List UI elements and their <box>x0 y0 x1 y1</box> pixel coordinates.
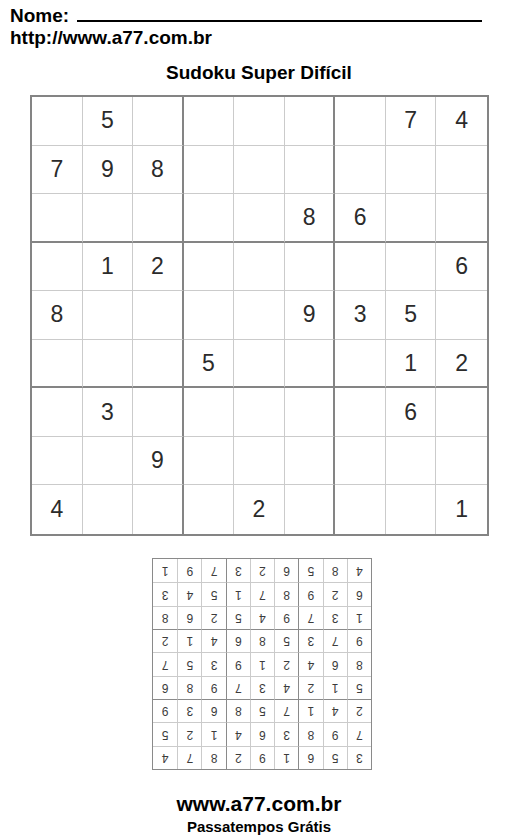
puzzle-cell-r9c6 <box>285 485 336 534</box>
name-label: Nome: <box>10 5 69 27</box>
puzzle-cell-r1c9: 4 <box>436 97 487 146</box>
solution-cell-r7c5: 4 <box>250 606 274 629</box>
solution-cell-r1c8: 7 <box>177 746 201 769</box>
solution-cell-r3c1: 2 <box>347 699 371 722</box>
solution-cell-r6c9: 2 <box>153 629 177 652</box>
solution-cell-r5c8: 5 <box>177 652 201 675</box>
solution-cell-r6c1: 9 <box>347 629 371 652</box>
solution-cell-r8c9: 3 <box>153 582 177 605</box>
solution-cell-r3c7: 6 <box>201 699 225 722</box>
solution-cell-r9c9: 1 <box>153 559 177 582</box>
solution-cell-r7c9: 8 <box>153 606 177 629</box>
solution-cell-r7c8: 6 <box>177 606 201 629</box>
puzzle-cell-r8c8 <box>386 437 437 486</box>
puzzle-cell-r9c3 <box>133 485 184 534</box>
name-signature-line <box>77 7 482 22</box>
solution-cell-r2c1: 7 <box>347 722 371 745</box>
puzzle-cell-r4c5 <box>234 243 285 292</box>
puzzle-cell-r7c1 <box>32 388 83 437</box>
solution-cell-r4c3: 2 <box>298 676 322 699</box>
solution-cell-r8c3: 9 <box>298 582 322 605</box>
solution-cell-r2c3: 8 <box>298 722 322 745</box>
solution-cell-r8c2: 2 <box>323 582 347 605</box>
puzzle-cell-r1c4 <box>184 97 235 146</box>
solution-cell-r5c6: 9 <box>226 652 250 675</box>
puzzle-cell-r7c5 <box>234 388 285 437</box>
puzzle-cell-r1c6 <box>285 97 336 146</box>
puzzle-cell-r9c9: 1 <box>436 485 487 534</box>
solution-cell-r6c7: 4 <box>201 629 225 652</box>
puzzle-cell-r8c2 <box>83 437 134 486</box>
solution-cell-r7c6: 5 <box>226 606 250 629</box>
puzzle-cell-r5c4 <box>184 291 235 340</box>
solution-cell-r9c3: 5 <box>298 559 322 582</box>
puzzle-cell-r8c6 <box>285 437 336 486</box>
puzzle-cell-r8c4 <box>184 437 235 486</box>
puzzle-cell-r3c8 <box>386 194 437 243</box>
puzzle-cell-r6c1 <box>32 340 83 389</box>
puzzle-cell-r9c1: 4 <box>32 485 83 534</box>
solution-cell-r1c6: 2 <box>226 746 250 769</box>
puzzle-cell-r7c7 <box>335 388 386 437</box>
solution-cell-r2c9: 5 <box>153 722 177 745</box>
puzzle-cell-r6c4: 5 <box>184 340 235 389</box>
solution-cell-r5c7: 3 <box>201 652 225 675</box>
footer-site-text: www.a77.com.br <box>0 792 518 816</box>
puzzle-cell-r3c4 <box>184 194 235 243</box>
puzzle-cell-r8c9 <box>436 437 487 486</box>
solution-cell-r2c6: 4 <box>226 722 250 745</box>
puzzle-cell-r1c5 <box>234 97 285 146</box>
puzzle-cell-r4c4 <box>184 243 235 292</box>
puzzle-cell-r4c9: 6 <box>436 243 487 292</box>
solution-cell-r8c7: 5 <box>201 582 225 605</box>
puzzle-cell-r3c1 <box>32 194 83 243</box>
puzzle-cell-r9c2 <box>83 485 134 534</box>
puzzle-cell-r7c3 <box>133 388 184 437</box>
puzzle-cell-r4c7 <box>335 243 386 292</box>
puzzle-cell-r8c3: 9 <box>133 437 184 486</box>
puzzle-cell-r2c4 <box>184 146 235 195</box>
solution-cell-r2c2: 9 <box>323 722 347 745</box>
solution-cell-r9c1: 4 <box>347 559 371 582</box>
puzzle-cell-r8c7 <box>335 437 386 486</box>
solution-cell-r4c6: 7 <box>226 676 250 699</box>
solution-cell-r7c1: 1 <box>347 606 371 629</box>
puzzle-cell-r5c8: 5 <box>386 291 437 340</box>
puzzle-cell-r5c9 <box>436 291 487 340</box>
puzzle-cell-r4c3: 2 <box>133 243 184 292</box>
footer-tagline: Passatempos Grátis <box>0 818 518 835</box>
puzzle-cell-r2c5 <box>234 146 285 195</box>
puzzle-cell-r4c6 <box>285 243 336 292</box>
solution-cell-r9c5: 2 <box>250 559 274 582</box>
puzzle-cell-r6c5 <box>234 340 285 389</box>
puzzle-cell-r1c3 <box>133 97 184 146</box>
solution-cell-r8c8: 4 <box>177 582 201 605</box>
puzzle-cell-r2c2: 9 <box>83 146 134 195</box>
puzzle-cell-r3c3 <box>133 194 184 243</box>
puzzle-cell-r6c9: 2 <box>436 340 487 389</box>
puzzle-cell-r5c7: 3 <box>335 291 386 340</box>
puzzle-cell-r9c8 <box>386 485 437 534</box>
solution-cell-r1c3: 6 <box>298 746 322 769</box>
solution-cell-r3c4: 7 <box>274 699 298 722</box>
solution-cell-r6c6: 6 <box>226 629 250 652</box>
puzzle-cell-r4c2: 1 <box>83 243 134 292</box>
puzzle-cell-r5c1: 8 <box>32 291 83 340</box>
puzzle-cell-r2c8 <box>386 146 437 195</box>
solution-cell-r4c8: 8 <box>177 676 201 699</box>
solution-cell-r5c1: 8 <box>347 652 371 675</box>
puzzle-cell-r2c9 <box>436 146 487 195</box>
solution-cell-r4c7: 9 <box>201 676 225 699</box>
solution-cell-r3c2: 4 <box>323 699 347 722</box>
solution-cell-r9c2: 8 <box>323 559 347 582</box>
solution-cell-r1c7: 8 <box>201 746 225 769</box>
solution-cell-r9c8: 9 <box>177 559 201 582</box>
solution-cell-r9c6: 3 <box>226 559 250 582</box>
solution-cell-r2c8: 2 <box>177 722 201 745</box>
solution-cell-r9c7: 7 <box>201 559 225 582</box>
puzzle-cell-r9c5: 2 <box>234 485 285 534</box>
solution-cell-r5c3: 4 <box>298 652 322 675</box>
solution-cell-r2c7: 1 <box>201 722 225 745</box>
solution-grid: 3561928747983641252417586395124379868642… <box>152 558 372 770</box>
solution-cell-r7c7: 2 <box>201 606 225 629</box>
puzzle-cell-r7c9 <box>436 388 487 437</box>
solution-cell-r1c2: 5 <box>323 746 347 769</box>
solution-cell-r4c4: 4 <box>274 676 298 699</box>
puzzle-cell-r9c7 <box>335 485 386 534</box>
puzzle-cell-r4c1 <box>32 243 83 292</box>
puzzle-cell-r3c6: 8 <box>285 194 336 243</box>
solution-cell-r3c5: 5 <box>250 699 274 722</box>
puzzle-cell-r7c2: 3 <box>83 388 134 437</box>
puzzle-cell-r3c5 <box>234 194 285 243</box>
puzzle-cell-r2c6 <box>285 146 336 195</box>
puzzle-cell-r5c2 <box>83 291 134 340</box>
solution-cell-r8c4: 8 <box>274 582 298 605</box>
puzzle-cell-r8c1 <box>32 437 83 486</box>
solution-cell-r3c3: 1 <box>298 699 322 722</box>
puzzle-cell-r5c5 <box>234 291 285 340</box>
solution-cell-r4c1: 5 <box>347 676 371 699</box>
solution-cell-r6c4: 5 <box>274 629 298 652</box>
puzzle-cell-r2c7 <box>335 146 386 195</box>
solution-cell-r3c9: 9 <box>153 699 177 722</box>
puzzle-cell-r5c3 <box>133 291 184 340</box>
solution-cell-r8c6: 1 <box>226 582 250 605</box>
solution-cell-r9c4: 6 <box>274 559 298 582</box>
solution-cell-r4c2: 1 <box>323 676 347 699</box>
puzzle-cell-r6c2 <box>83 340 134 389</box>
puzzle-cell-r6c8: 1 <box>386 340 437 389</box>
solution-cell-r7c3: 7 <box>298 606 322 629</box>
solution-cell-r6c8: 1 <box>177 629 201 652</box>
puzzle-cell-r6c3 <box>133 340 184 389</box>
puzzle-cell-r3c2 <box>83 194 134 243</box>
solution-cell-r7c4: 9 <box>274 606 298 629</box>
solution-cell-r3c6: 8 <box>226 699 250 722</box>
solution-cell-r5c4: 2 <box>274 652 298 675</box>
solution-cell-r4c9: 6 <box>153 676 177 699</box>
solution-cell-r6c3: 3 <box>298 629 322 652</box>
solution-cell-r5c9: 7 <box>153 652 177 675</box>
solution-cell-r1c9: 4 <box>153 746 177 769</box>
puzzle-cell-r6c6 <box>285 340 336 389</box>
solution-cell-r7c2: 3 <box>323 606 347 629</box>
solution-cell-r2c4: 3 <box>274 722 298 745</box>
puzzle-cell-r7c8: 6 <box>386 388 437 437</box>
puzzle-cell-r4c8 <box>386 243 437 292</box>
puzzle-grid: 574798861268935512369421 <box>30 95 489 536</box>
puzzle-cell-r9c4 <box>184 485 235 534</box>
solution-cell-r1c4: 1 <box>274 746 298 769</box>
puzzle-cell-r2c3: 8 <box>133 146 184 195</box>
page-title: Sudoku Super Difícil <box>0 62 518 84</box>
site-url-text: http://www.a77.com.br <box>10 27 212 49</box>
solution-cell-r1c1: 3 <box>347 746 371 769</box>
puzzle-cell-r2c1: 7 <box>32 146 83 195</box>
puzzle-cell-r1c7 <box>335 97 386 146</box>
solution-cell-r4c5: 3 <box>250 676 274 699</box>
puzzle-cell-r6c7 <box>335 340 386 389</box>
puzzle-cell-r3c9 <box>436 194 487 243</box>
solution-cell-r6c2: 7 <box>323 629 347 652</box>
puzzle-cell-r1c2: 5 <box>83 97 134 146</box>
solution-cell-r2c5: 6 <box>250 722 274 745</box>
solution-cell-r5c2: 6 <box>323 652 347 675</box>
puzzle-cell-r7c4 <box>184 388 235 437</box>
solution-cell-r8c1: 6 <box>347 582 371 605</box>
solution-cell-r6c5: 8 <box>250 629 274 652</box>
puzzle-cell-r8c5 <box>234 437 285 486</box>
puzzle-cell-r5c6: 9 <box>285 291 336 340</box>
puzzle-cell-r7c6 <box>285 388 336 437</box>
solution-cell-r8c5: 7 <box>250 582 274 605</box>
puzzle-cell-r1c1 <box>32 97 83 146</box>
solution-cell-r1c5: 9 <box>250 746 274 769</box>
solution-cell-r3c8: 3 <box>177 699 201 722</box>
puzzle-cell-r3c7: 6 <box>335 194 386 243</box>
puzzle-cell-r1c8: 7 <box>386 97 437 146</box>
solution-cell-r5c5: 1 <box>250 652 274 675</box>
